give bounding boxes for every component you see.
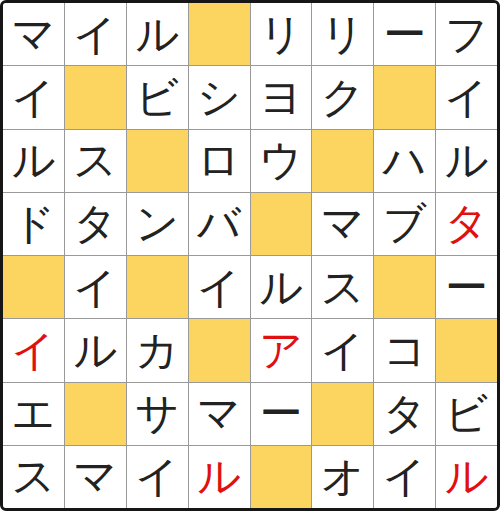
grid-cell[interactable]: イ (65, 256, 126, 318)
grid-cell[interactable]: コ (374, 319, 435, 381)
grid-cell[interactable]: ウ (251, 130, 312, 192)
grid-cell[interactable]: シ (189, 66, 250, 128)
grid-cell[interactable]: ー (251, 383, 312, 445)
grid-cell[interactable]: イ (436, 66, 497, 128)
grid-cell[interactable]: ル (436, 446, 497, 508)
grid-cell[interactable]: ヨ (251, 66, 312, 128)
grid-cell[interactable]: ス (65, 130, 126, 192)
grid-cell[interactable]: サ (127, 383, 188, 445)
blocked-cell (65, 383, 126, 445)
grid-cell[interactable]: エ (3, 383, 64, 445)
grid-cell[interactable]: ア (251, 319, 312, 381)
grid-cell[interactable]: ス (3, 446, 64, 508)
grid-cell[interactable]: ビ (436, 383, 497, 445)
blocked-cell (251, 446, 312, 508)
grid-cell[interactable]: ク (312, 66, 373, 128)
grid-cell[interactable]: ル (436, 130, 497, 192)
grid-cell[interactable]: カ (127, 319, 188, 381)
grid-cell[interactable]: マ (189, 383, 250, 445)
grid-cell[interactable]: フ (436, 3, 497, 65)
grid-cell[interactable]: ル (251, 256, 312, 318)
grid-cell[interactable]: ル (65, 319, 126, 381)
grid-cell[interactable]: マ (65, 446, 126, 508)
blocked-cell (312, 130, 373, 192)
grid-cell[interactable]: ン (127, 193, 188, 255)
blocked-cell (189, 3, 250, 65)
grid-cell[interactable]: バ (189, 193, 250, 255)
grid-cell[interactable]: ー (374, 3, 435, 65)
grid-cell[interactable]: ド (3, 193, 64, 255)
grid-cell[interactable]: タ (436, 193, 497, 255)
grid-cell[interactable]: マ (3, 3, 64, 65)
grid-cell[interactable]: イ (374, 446, 435, 508)
grid-cell[interactable]: ー (436, 256, 497, 318)
blocked-cell (127, 256, 188, 318)
blocked-cell (189, 319, 250, 381)
grid-cell[interactable]: ル (189, 446, 250, 508)
grid-cell[interactable]: ス (312, 256, 373, 318)
grid-cell[interactable]: ブ (374, 193, 435, 255)
blocked-cell (251, 193, 312, 255)
crossword-board: マイルリリーフイビシヨクイルスロウハルドタンバマブタイイルスーイルカアイコエサマ… (0, 0, 500, 511)
grid-cell[interactable]: タ (65, 193, 126, 255)
blocked-cell (312, 383, 373, 445)
blocked-cell (436, 319, 497, 381)
blocked-cell (127, 130, 188, 192)
grid-cell[interactable]: イ (312, 319, 373, 381)
grid-cell[interactable]: イ (189, 256, 250, 318)
grid-cell[interactable]: マ (312, 193, 373, 255)
blocked-cell (374, 66, 435, 128)
grid-cell[interactable]: リ (312, 3, 373, 65)
grid-cell[interactable]: イ (3, 319, 64, 381)
grid-cell[interactable]: オ (312, 446, 373, 508)
grid-cell[interactable]: イ (127, 446, 188, 508)
grid-cell[interactable]: イ (3, 66, 64, 128)
blocked-cell (3, 256, 64, 318)
grid-cell[interactable]: イ (65, 3, 126, 65)
blocked-cell (65, 66, 126, 128)
grid-cell[interactable]: ハ (374, 130, 435, 192)
blocked-cell (374, 256, 435, 318)
grid-cell[interactable]: ロ (189, 130, 250, 192)
grid-cell[interactable]: リ (251, 3, 312, 65)
grid-cell[interactable]: タ (374, 383, 435, 445)
grid-cell[interactable]: ル (3, 130, 64, 192)
grid-cell[interactable]: ビ (127, 66, 188, 128)
grid-cell[interactable]: ル (127, 3, 188, 65)
